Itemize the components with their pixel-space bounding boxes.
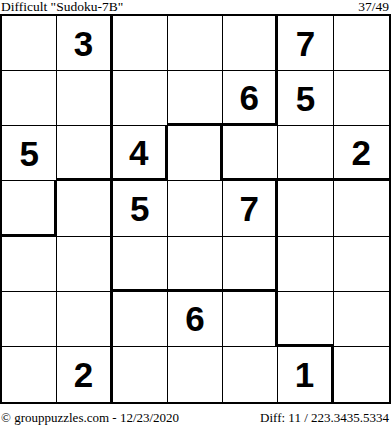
cell-r2c3 [113,71,168,126]
cell-r1c6: 7 [278,16,333,71]
cell-r4c1 [2,181,57,236]
cell-r4c7 [334,181,389,236]
cell-r1c4 [168,16,223,71]
cell-r6c5 [223,292,278,347]
cell-r6c4: 6 [168,292,223,347]
cell-r6c3 [113,292,168,347]
cell-r6c2 [57,292,112,347]
cell-r6c1 [2,292,57,347]
cell-r7c3 [113,347,168,402]
puzzle-title: Difficult "Sudoku-7B" [1,0,123,13]
cell-r2c7 [334,71,389,126]
cell-r7c6: 1 [278,347,333,402]
cell-r4c6 [278,181,333,236]
cell-r6c6 [278,292,333,347]
sudoku-board: 376554257621 [0,14,391,404]
cell-r5c2 [57,237,112,292]
cell-r4c5: 7 [223,181,278,236]
cell-r4c3: 5 [113,181,168,236]
cell-r1c3 [113,16,168,71]
cell-r2c6: 5 [278,71,333,126]
cell-r7c4 [168,347,223,402]
cell-r1c5 [223,16,278,71]
cell-r3c6 [278,126,333,181]
cell-r7c2: 2 [57,347,112,402]
cell-r2c2 [57,71,112,126]
cell-r5c4 [168,237,223,292]
cell-r6c7 [334,292,389,347]
cell-r2c5: 6 [223,71,278,126]
cell-r7c1 [2,347,57,402]
cell-r2c4 [168,71,223,126]
page-footer: © grouppuzzles.com - 12/23/2020 Diff: 11… [0,409,391,425]
cell-r3c1: 5 [2,126,57,181]
cell-r1c2: 3 [57,16,112,71]
cell-r5c1 [2,237,57,292]
cell-r5c5 [223,237,278,292]
cell-r3c2 [57,126,112,181]
cell-r4c4 [168,181,223,236]
cell-r5c7 [334,237,389,292]
cell-r3c5 [223,126,278,181]
page-header: Difficult "Sudoku-7B" 37/49 [0,0,391,14]
cell-r3c4 [168,126,223,181]
cell-r2c1 [2,71,57,126]
cell-r5c3 [113,237,168,292]
cell-r4c2 [57,181,112,236]
cell-r3c7: 2 [334,126,389,181]
copyright-text: © grouppuzzles.com - 12/23/2020 [1,411,179,425]
cell-r5c6 [278,237,333,292]
difficulty-text: Diff: 11 / 223.3435.5334 [260,411,389,425]
puzzle-counter: 37/49 [358,0,389,13]
cell-r1c1 [2,16,57,71]
cell-r7c5 [223,347,278,402]
cell-r1c7 [334,16,389,71]
cell-r7c7 [334,347,389,402]
cell-r3c3: 4 [113,126,168,181]
